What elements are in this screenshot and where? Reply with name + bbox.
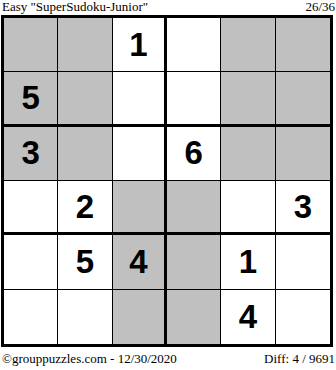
cell-r2c4[interactable] — [167, 72, 221, 126]
cell-r1c1[interactable] — [4, 18, 58, 72]
cell-r3c3[interactable] — [113, 127, 167, 181]
copyright-text: ©grouppuzzles.com - 12/30/2020 — [2, 351, 177, 367]
cell-counter: 26/36 — [305, 0, 335, 14]
cell-r6c3[interactable] — [113, 290, 167, 344]
cell-r4c5[interactable] — [221, 181, 275, 235]
cell-r3c2[interactable] — [58, 127, 112, 181]
cell-r3c4[interactable]: 6 — [167, 127, 221, 181]
given-digit: 1 — [129, 26, 147, 64]
cell-r2c6[interactable] — [276, 72, 330, 126]
given-digit: 6 — [184, 134, 202, 172]
cell-r1c4[interactable] — [167, 18, 221, 72]
cell-r5c4[interactable] — [167, 235, 221, 289]
cell-r1c5[interactable] — [221, 18, 275, 72]
cell-r5c2[interactable]: 5 — [58, 235, 112, 289]
puzzle-title: Easy "SuperSudoku-Junior" — [2, 0, 148, 14]
cell-r1c2[interactable] — [58, 18, 112, 72]
cell-r5c1[interactable] — [4, 235, 58, 289]
cell-r3c1[interactable]: 3 — [4, 127, 58, 181]
given-digit: 5 — [76, 243, 94, 281]
given-digit: 2 — [76, 188, 94, 226]
cell-r3c5[interactable] — [221, 127, 275, 181]
footer: ©grouppuzzles.com - 12/30/2020 Diff: 4 /… — [2, 351, 335, 367]
cell-r4c3[interactable] — [113, 181, 167, 235]
cell-r6c2[interactable] — [58, 290, 112, 344]
cell-r2c2[interactable] — [58, 72, 112, 126]
cell-r5c3[interactable]: 4 — [113, 235, 167, 289]
cell-r3c6[interactable] — [276, 127, 330, 181]
cell-r5c5[interactable]: 1 — [221, 235, 275, 289]
cell-r2c5[interactable] — [221, 72, 275, 126]
given-digit: 4 — [239, 298, 257, 336]
cell-r5c6[interactable] — [276, 235, 330, 289]
cell-r2c1[interactable]: 5 — [4, 72, 58, 126]
sudoku-board: 1536235414 — [1, 15, 333, 347]
given-digit: 4 — [129, 243, 147, 281]
puzzle-page: Easy "SuperSudoku-Junior" 26/36 15362354… — [0, 0, 336, 370]
given-digit: 5 — [21, 79, 39, 117]
cell-r4c4[interactable] — [167, 181, 221, 235]
cell-r1c6[interactable] — [276, 18, 330, 72]
cell-r6c5[interactable]: 4 — [221, 290, 275, 344]
cell-r4c1[interactable] — [4, 181, 58, 235]
cell-r1c3[interactable]: 1 — [113, 18, 167, 72]
cell-r4c2[interactable]: 2 — [58, 181, 112, 235]
cell-r2c3[interactable] — [113, 72, 167, 126]
difficulty-text: Diff: 4 / 9691 — [264, 351, 335, 367]
given-digit: 3 — [21, 134, 39, 172]
cell-r6c4[interactable] — [167, 290, 221, 344]
given-digit: 3 — [294, 188, 312, 226]
cell-r6c1[interactable] — [4, 290, 58, 344]
given-digit: 1 — [239, 243, 257, 281]
header: Easy "SuperSudoku-Junior" 26/36 — [2, 0, 335, 14]
cell-r4c6[interactable]: 3 — [276, 181, 330, 235]
cell-r6c6[interactable] — [276, 290, 330, 344]
